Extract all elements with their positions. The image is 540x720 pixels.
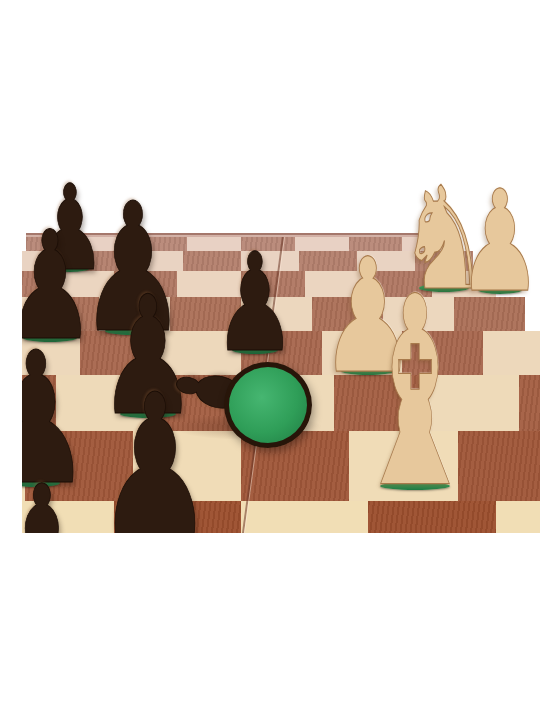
dark-pawn-foreground: ♟ xyxy=(95,368,214,533)
dark-pawn-bottom-edge: ♟ xyxy=(22,464,90,533)
board-square xyxy=(483,331,540,375)
chessboard-photo: 6 5 4 3 ♟ ♞ ♟ ♟ ♟ ♟ ♟ ♟ ♟ ♟ ♝ ♟ xyxy=(22,178,540,533)
board-square xyxy=(519,375,540,431)
product-photo: 6 5 4 3 ♟ ♞ ♟ ♟ ♟ ♟ ♟ ♟ ♟ ♟ ♝ ♟ xyxy=(0,0,540,720)
white-bishop: ♝ xyxy=(349,263,481,525)
green-felt-base xyxy=(224,362,312,448)
board-square xyxy=(496,501,540,533)
